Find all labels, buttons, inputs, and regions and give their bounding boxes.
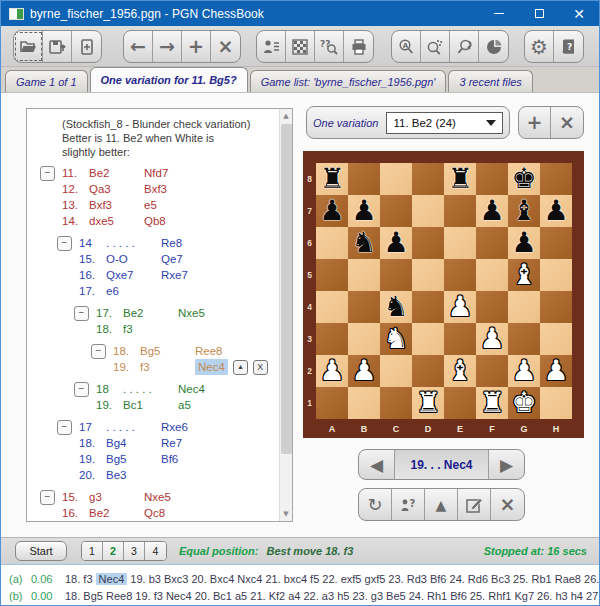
current-move-token[interactable]: Nec4: [195, 359, 228, 375]
square-e7[interactable]: [444, 195, 476, 227]
white-move[interactable]: f3: [140, 359, 195, 375]
square-c8[interactable]: [380, 163, 412, 195]
square-f7[interactable]: ♟: [476, 195, 508, 227]
engine-line-a: (a)0.0618. f3 Nec4 19. b3 Bxc3 20. Bxc4 …: [9, 570, 599, 587]
tab-2[interactable]: Game list: 'byrne_fischer_1956.pgn': [250, 70, 447, 92]
maximize-icon: [535, 9, 544, 18]
white-pawn: ♟: [543, 355, 568, 387]
rank-label-3: 3: [303, 323, 316, 355]
white-move[interactable]: Bg5: [140, 343, 195, 359]
printer-icon: [349, 37, 369, 57]
white-pawn: ♟: [319, 355, 344, 387]
move-row: 20.Be3: [40, 467, 278, 483]
square-f1[interactable]: ♜: [476, 387, 508, 419]
chessboard-icon: [290, 37, 310, 57]
tab-3[interactable]: 3 recent files: [448, 70, 532, 92]
white-pawn: ♟: [447, 291, 472, 323]
navigation-button-group: ← → + ×: [123, 30, 241, 63]
square-b6[interactable]: ♞: [348, 227, 380, 259]
white-pawn: ♟: [511, 355, 536, 387]
close-button[interactable]: ✕: [559, 1, 599, 26]
square-f4[interactable]: [476, 291, 508, 323]
move-number: 18.: [96, 321, 123, 337]
maximize-button[interactable]: [519, 1, 559, 26]
analysis-tools-group: A: [391, 30, 509, 63]
previous-move-button[interactable]: ◀: [359, 450, 395, 479]
position-assessment: Equal position:: [179, 545, 258, 557]
square-c6[interactable]: ♟: [380, 227, 412, 259]
black-bishop: ♝: [511, 195, 536, 227]
file-label-a: A: [316, 419, 348, 438]
engine-line-label: (b): [9, 590, 31, 602]
current-move-label: 19. . . Nec4: [395, 450, 488, 479]
square-b3[interactable]: [348, 323, 380, 355]
app-icon: [9, 8, 24, 20]
file-label-b: B: [348, 419, 380, 438]
square-e8[interactable]: ♜: [444, 163, 476, 195]
settings-help-group: ⚙ ?: [524, 30, 584, 63]
chevron-down-icon: [486, 120, 496, 126]
white-move[interactable]: Be2: [89, 505, 144, 521]
black-knight: ♞: [383, 291, 408, 323]
move-number: 14.: [62, 213, 89, 229]
square-b1[interactable]: [348, 387, 380, 419]
square-a4[interactable]: [316, 291, 348, 323]
move-row: 17.e6: [40, 283, 278, 299]
black-pawn: ♟: [319, 195, 344, 227]
pie-chart-icon: [484, 37, 504, 57]
tab-bar: Game 1 of 1One variation for 11. Bg5?Gam…: [1, 67, 599, 93]
plus-icon: +: [188, 37, 204, 56]
tree-comment-line: Better is 11. Be2 when White is: [40, 131, 278, 145]
next-move-button[interactable]: ▶: [488, 450, 524, 479]
square-f2[interactable]: [476, 355, 508, 387]
toolbar: ← → + ×: [1, 26, 599, 67]
analysis-search-button[interactable]: [450, 31, 479, 62]
square-f8[interactable]: [476, 163, 508, 195]
magnifier-a-icon: A: [396, 37, 416, 57]
tree-comment-line: (Stockfish_8 - Blunder check variation): [40, 117, 278, 131]
white-move[interactable]: Qxe7: [106, 267, 161, 283]
square-c7[interactable]: [380, 195, 412, 227]
back-button[interactable]: ←: [124, 31, 153, 62]
white-pawn: ♟: [351, 355, 376, 387]
black-pawn: ♟: [543, 195, 568, 227]
move-row: 19.f3Nec4▲X: [40, 359, 278, 375]
move-row: 19.Bc1a5: [40, 397, 278, 413]
variation-dropdown-value: 11. Be2 (24): [393, 117, 455, 129]
player-info-icon: [261, 37, 281, 57]
zoom-search-button[interactable]: A: [392, 31, 421, 62]
black-move[interactable]: a5: [178, 397, 191, 413]
person-question-icon: ?: [398, 495, 418, 515]
svg-text:?: ?: [410, 498, 416, 509]
white-move[interactable]: e6: [106, 283, 161, 299]
close-icon: ✕: [573, 7, 585, 21]
best-move-text: Best move 18. f3: [266, 545, 353, 557]
collapse-box[interactable]: −: [57, 236, 72, 251]
square-a8[interactable]: ♜: [316, 163, 348, 195]
white-move[interactable]: O-O: [106, 251, 161, 267]
square-d7[interactable]: [412, 195, 444, 227]
move-number: 19.: [113, 359, 140, 375]
square-c4[interactable]: ♞: [380, 291, 412, 323]
white-move[interactable]: Qa3: [89, 181, 144, 197]
black-move[interactable]: Bf6: [161, 451, 178, 467]
square-g4[interactable]: [508, 291, 540, 323]
black-move[interactable]: e5: [144, 197, 157, 213]
variation-add-delete-group: + ×: [518, 106, 584, 139]
main-area: (Stockfish_8 - Blunder check variation)B…: [1, 93, 599, 537]
white-move[interactable]: Be2: [123, 305, 178, 321]
black-move[interactable]: Nec4: [178, 381, 205, 397]
engine-count-button-4[interactable]: 4: [145, 542, 166, 560]
rank-label-7: 7: [303, 195, 316, 227]
move-row: 13.Bxf3e5: [40, 197, 278, 213]
white-move[interactable]: Bg4: [106, 435, 161, 451]
square-h1[interactable]: [540, 387, 572, 419]
gear-icon: ⚙: [530, 37, 548, 57]
square-g1[interactable]: ♚: [508, 387, 540, 419]
new-file-icon: [77, 37, 97, 57]
move-navigation: ◀ 19. . . Nec4 ▶: [358, 449, 525, 480]
file-label-c: C: [380, 419, 412, 438]
svg-text:?: ?: [567, 41, 572, 51]
square-g2[interactable]: ♟: [508, 355, 540, 387]
move-row: 15.O-OQe7: [40, 251, 278, 267]
white-move[interactable]: f3: [123, 321, 178, 337]
black-move[interactable]: Nxe5: [178, 305, 205, 321]
engine-count-button-3[interactable]: 3: [124, 542, 145, 560]
engine-line-eval: 0.06: [31, 573, 65, 585]
collapse-box[interactable]: −: [40, 166, 55, 181]
white-king: ♚: [511, 387, 536, 419]
highlighted-move-token[interactable]: Nec4: [96, 573, 128, 585]
square-a6[interactable]: [316, 227, 348, 259]
back-arrow-icon: ←: [130, 37, 146, 56]
tab-1[interactable]: One variation for 11. Bg5?: [90, 67, 248, 92]
white-move[interactable]: . . . . .: [106, 419, 161, 435]
forward-arrow-icon: →: [159, 37, 175, 56]
engine-count-button-2[interactable]: 2: [103, 542, 124, 560]
square-d3[interactable]: [412, 323, 444, 355]
move-tree-panel: (Stockfish_8 - Blunder check variation)B…: [26, 108, 293, 522]
black-rook: ♜: [319, 163, 344, 195]
x-icon: ×: [559, 113, 575, 132]
black-move[interactable]: Qc8: [144, 505, 165, 521]
square-b4[interactable]: [348, 291, 380, 323]
square-g3[interactable]: [508, 323, 540, 355]
stopped-at-text: Stopped at: 16 secs: [484, 545, 587, 557]
rank-label-8: 8: [303, 163, 316, 195]
open-folder-icon: [18, 37, 38, 57]
square-e5[interactable]: [444, 259, 476, 291]
move-row: −17.Be2Nxe5: [40, 305, 278, 321]
black-move[interactable]: Re7: [161, 435, 182, 451]
square-d5[interactable]: [412, 259, 444, 291]
delete-move-button[interactable]: X: [253, 360, 268, 375]
collapse-box[interactable]: −: [91, 344, 106, 359]
engine-line-moves[interactable]: 18. Bg5 Ree8 19. f3 Nec4 20. Bc1 a5 21. …: [65, 590, 599, 602]
move-number: 14: [79, 235, 106, 251]
square-d6[interactable]: [412, 227, 444, 259]
svg-text:A: A: [403, 42, 409, 50]
square-h4[interactable]: [540, 291, 572, 323]
move-number: 16.: [79, 267, 106, 283]
black-move[interactable]: Ree8: [195, 343, 223, 359]
x-icon: ×: [500, 495, 516, 514]
square-c2[interactable]: [380, 355, 412, 387]
black-move[interactable]: Re8: [161, 235, 182, 251]
square-e1[interactable]: [444, 387, 476, 419]
tree-comment-line: slightly better:: [40, 145, 278, 159]
square-a5[interactable]: [316, 259, 348, 291]
variation-dropdown[interactable]: 11. Be2 (24): [386, 112, 503, 134]
edit-pencil-icon: [464, 495, 484, 515]
promote-move-button[interactable]: ▲: [233, 360, 248, 375]
engine-count-buttons: 1234: [81, 541, 167, 561]
square-h5[interactable]: [540, 259, 572, 291]
forward-button[interactable]: →: [153, 31, 182, 62]
svg-text:??: ??: [320, 39, 330, 49]
minimize-button[interactable]: [479, 1, 519, 26]
delete-line-button[interactable]: ×: [491, 489, 524, 520]
board-setup-button[interactable]: [286, 31, 315, 62]
move-row: 19.Bg5Bf6: [40, 451, 278, 467]
square-h2[interactable]: ♟: [540, 355, 572, 387]
file-label-f: F: [476, 419, 508, 438]
scroll-thumb[interactable]: [281, 124, 292, 454]
move-row: −15.g3Nxe5: [40, 489, 278, 505]
chess-board: 87654321 ♜♜♚♟♟♟♝♟♞♟♟♝♞♟♞♟♟♟♝♟♟♜♜♚ ABCDEF…: [303, 151, 584, 438]
square-b5[interactable]: [348, 259, 380, 291]
move-row: 18.Bg4Re7: [40, 435, 278, 451]
square-h8[interactable]: [540, 163, 572, 195]
print-button[interactable]: [344, 31, 373, 62]
white-move[interactable]: dxe5: [89, 213, 144, 229]
move-row: −11.Be2Nfd7: [40, 165, 278, 181]
square-e6[interactable]: [444, 227, 476, 259]
magnifier-dots-icon: [425, 37, 445, 57]
move-tree-scrollbar[interactable]: ▲ ▼: [279, 109, 292, 521]
question-search-icon: ??: [319, 37, 339, 57]
right-triangle-icon: ▶: [500, 455, 513, 475]
move-row: 16.Be2Qc8: [40, 505, 278, 521]
black-move[interactable]: Qb8: [144, 213, 166, 229]
white-knight: ♞: [383, 323, 408, 355]
square-g5[interactable]: ♝: [508, 259, 540, 291]
start-button[interactable]: Start: [15, 541, 67, 561]
square-a1[interactable]: [316, 387, 348, 419]
white-move[interactable]: Be2: [89, 165, 144, 181]
black-rook: ♜: [447, 163, 472, 195]
white-move[interactable]: Be3: [106, 467, 161, 483]
scroll-up-icon[interactable]: ▲: [280, 109, 292, 123]
settings-button[interactable]: ⚙: [525, 31, 554, 62]
flip-board-button[interactable]: ↻: [359, 489, 392, 520]
collapse-box[interactable]: −: [74, 306, 89, 321]
move-number: 19.: [96, 397, 123, 413]
left-triangle-icon: ◀: [370, 455, 383, 475]
rank-label-1: 1: [303, 387, 316, 419]
move-number: 18: [96, 381, 123, 397]
move-number: 20.: [79, 467, 106, 483]
black-move[interactable]: Nfd7: [144, 165, 168, 181]
file-labels: ABCDEFGH: [316, 419, 572, 438]
square-d4[interactable]: [412, 291, 444, 323]
square-d8[interactable]: [412, 163, 444, 195]
statistics-button[interactable]: [479, 31, 508, 62]
board-grid: ♜♜♚♟♟♟♝♟♞♟♟♝♞♟♞♟♟♟♝♟♟♜♜♚: [316, 163, 572, 419]
black-pawn: ♟: [351, 195, 376, 227]
promote-variation-button[interactable]: ▲: [425, 489, 458, 520]
black-pawn: ♟: [383, 227, 408, 259]
app-window: byrne_fischer_1956.pgn - PGN ChessBook ✕: [0, 0, 600, 606]
help-button[interactable]: ?: [554, 31, 583, 62]
engine-line-label: (a): [9, 573, 31, 585]
square-f3[interactable]: ♟: [476, 323, 508, 355]
square-f6[interactable]: [476, 227, 508, 259]
plus-icon: +: [527, 113, 543, 132]
square-c1[interactable]: [380, 387, 412, 419]
move-number: 15.: [79, 251, 106, 267]
blunder-search-button[interactable]: [421, 31, 450, 62]
square-h7[interactable]: ♟: [540, 195, 572, 227]
rank-label-6: 6: [303, 227, 316, 259]
move-row: 14.dxe5Qb8: [40, 213, 278, 229]
up-triangle-icon: ▲: [436, 498, 447, 512]
variation-selector-label: One variation: [313, 117, 378, 129]
add-game-button[interactable]: +: [182, 31, 211, 62]
square-g8[interactable]: ♚: [508, 163, 540, 195]
move-row: 12.Qa3Bxf3: [40, 181, 278, 197]
engine-line-eval: 0.00: [31, 590, 65, 602]
white-move[interactable]: . . . . .: [106, 235, 161, 251]
black-move[interactable]: Qe7: [161, 251, 183, 267]
white-move[interactable]: Bg5: [106, 451, 161, 467]
tab-0[interactable]: Game 1 of 1: [5, 70, 88, 92]
move-row: 18.f3: [40, 321, 278, 337]
scroll-down-icon[interactable]: ▼: [280, 507, 292, 521]
white-move[interactable]: Bxf3: [89, 197, 144, 213]
white-move[interactable]: Bc1: [123, 397, 178, 413]
rank-label-5: 5: [303, 259, 316, 291]
move-number: 18.: [79, 435, 106, 451]
magnifier-arrow-icon: [454, 37, 474, 57]
file-label-g: G: [508, 419, 540, 438]
square-e3[interactable]: [444, 323, 476, 355]
rank-label-2: 2: [303, 355, 316, 387]
square-g7[interactable]: ♝: [508, 195, 540, 227]
save-icon: [47, 37, 67, 57]
move-row: −18. . . . .Nec4: [40, 381, 278, 397]
square-a7[interactable]: ♟: [316, 195, 348, 227]
file-label-e: E: [444, 419, 476, 438]
engine-lines-panel: (a)0.0618. f3 Nec4 19. b3 Bxc3 20. Bxc4 …: [1, 564, 599, 606]
square-e4[interactable]: ♟: [444, 291, 476, 323]
delete-game-button[interactable]: ×: [211, 31, 240, 62]
black-knight: ♞: [351, 227, 376, 259]
black-move[interactable]: Bxf3: [144, 181, 167, 197]
black-pawn: ♟: [479, 195, 504, 227]
black-move[interactable]: Rxe6: [161, 419, 188, 435]
collapse-box[interactable]: −: [57, 420, 72, 435]
file-label-h: H: [540, 419, 572, 438]
new-file-button[interactable]: [72, 31, 101, 62]
move-tree: (Stockfish_8 - Blunder check variation)B…: [27, 109, 278, 521]
window-title: byrne_fischer_1956.pgn - PGN ChessBook: [30, 7, 264, 21]
black-pawn: ♟: [511, 227, 536, 259]
engine-line-moves[interactable]: 18. f3 Nec4 19. b3 Bxc3 20. Bxc4 Nxc4 21…: [65, 573, 599, 585]
square-a3[interactable]: [316, 323, 348, 355]
engine-status-bar: Start 1234 Equal position: Best move 18.…: [1, 537, 599, 564]
variation-selector-group: One variation 11. Be2 (24): [306, 106, 510, 139]
black-move[interactable]: Rxe7: [161, 267, 188, 283]
move-row: 16.Qxe7Rxe7: [40, 267, 278, 283]
white-rook: ♜: [479, 387, 504, 419]
save-file-button[interactable]: [43, 31, 72, 62]
file-label-d: D: [412, 419, 444, 438]
rotate-icon: ↻: [367, 496, 382, 514]
square-f5[interactable]: [476, 259, 508, 291]
square-b7[interactable]: ♟: [348, 195, 380, 227]
white-move[interactable]: . . . . .: [123, 381, 178, 397]
white-move[interactable]: g3: [89, 489, 144, 505]
move-number: 17.: [96, 305, 123, 321]
edit-button[interactable]: [458, 489, 491, 520]
rank-label-4: 4: [303, 291, 316, 323]
find-position-button[interactable]: ??: [315, 31, 344, 62]
move-row: −14. . . . .Re8: [40, 235, 278, 251]
hint-button[interactable]: ?: [392, 489, 425, 520]
black-move[interactable]: Nxe5: [144, 489, 171, 505]
square-d2[interactable]: [412, 355, 444, 387]
square-c3[interactable]: ♞: [380, 323, 412, 355]
move-number: 19.: [79, 451, 106, 467]
collapse-box[interactable]: −: [74, 382, 89, 397]
square-b8[interactable]: [348, 163, 380, 195]
engine-line-b: (b)0.0018. Bg5 Ree8 19. f3 Nec4 20. Bc1 …: [9, 587, 599, 604]
player-info-button[interactable]: [257, 31, 286, 62]
move-number: 11.: [62, 165, 89, 181]
square-h3[interactable]: [540, 323, 572, 355]
white-bishop: ♝: [511, 259, 536, 291]
x-icon: ×: [218, 37, 234, 56]
square-d1[interactable]: ♜: [412, 387, 444, 419]
square-e2[interactable]: ♝: [444, 355, 476, 387]
move-number: 15.: [62, 489, 89, 505]
square-b2[interactable]: ♟: [348, 355, 380, 387]
delete-variation-button[interactable]: ×: [551, 107, 583, 138]
square-h6[interactable]: [540, 227, 572, 259]
white-bishop: ♝: [447, 355, 472, 387]
square-g6[interactable]: ♟: [508, 227, 540, 259]
white-rook: ♜: [415, 387, 440, 419]
black-king: ♚: [511, 163, 536, 195]
square-a2[interactable]: ♟: [316, 355, 348, 387]
open-file-button[interactable]: [14, 31, 43, 62]
add-variation-button[interactable]: +: [519, 107, 551, 138]
move-number: 12.: [62, 181, 89, 197]
collapse-box[interactable]: −: [40, 490, 55, 505]
move-number: 17.: [79, 283, 106, 299]
engine-count-button-1[interactable]: 1: [82, 542, 103, 560]
white-pawn: ♟: [479, 323, 504, 355]
move-number: 17: [79, 419, 106, 435]
square-c5[interactable]: [380, 259, 412, 291]
board-tools: ↻ ? ▲ ×: [358, 488, 525, 521]
rank-labels: 87654321: [303, 163, 316, 419]
